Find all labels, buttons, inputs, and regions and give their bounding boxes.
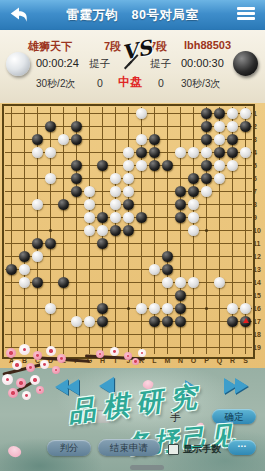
black-stone-N9[interactable] (175, 212, 187, 224)
blossom-flower (124, 352, 132, 360)
black-stone-L5[interactable] (149, 160, 161, 172)
fast-forward-icon2[interactable] (235, 378, 248, 394)
black-stone-H5[interactable] (97, 160, 109, 172)
col-label-M: M (161, 355, 174, 368)
row-label-11: 11 (253, 237, 265, 250)
right-byoyomi: 30秒/3次 (181, 77, 220, 91)
white-stone-H10[interactable] (97, 225, 109, 237)
white-stone-G17[interactable] (84, 316, 96, 328)
black-stone-B12[interactable] (19, 251, 31, 263)
right-player-name: lbh88503 (184, 39, 231, 51)
left-player-clock: 00:00:24 (36, 57, 79, 69)
black-stone-icon (233, 51, 258, 76)
black-stone-R3[interactable] (227, 134, 239, 146)
white-stone-S1[interactable] (240, 108, 252, 120)
star-point (205, 307, 208, 310)
black-stone-L3[interactable] (149, 134, 161, 146)
col-label-P: P (200, 355, 213, 368)
white-stone-icon (6, 52, 30, 76)
black-stone-R17[interactable] (227, 316, 239, 328)
black-stone-Q1[interactable] (214, 108, 226, 120)
petal-decoration (6, 443, 23, 460)
black-stone-K4[interactable] (136, 147, 148, 159)
black-stone-I10[interactable] (110, 225, 122, 237)
blossom-flower (30, 375, 40, 385)
row-label-7: 7 (253, 185, 265, 198)
white-stone-C4[interactable] (32, 147, 44, 159)
white-stone-M16[interactable] (162, 303, 174, 315)
white-stone-N4[interactable] (175, 147, 187, 159)
white-stone-C12[interactable] (32, 251, 44, 263)
white-stone-J4[interactable] (123, 147, 135, 159)
white-stone-O4[interactable] (188, 147, 200, 159)
blossom-flower (96, 350, 104, 358)
black-stone-H17[interactable] (97, 316, 109, 328)
black-stone-K9[interactable] (136, 212, 148, 224)
right-captures-label: 提子 (150, 57, 171, 71)
black-stone-H11[interactable] (97, 238, 109, 250)
black-stone-Q4[interactable] (214, 147, 226, 159)
row-label-18: 18 (253, 328, 265, 341)
black-stone-H9[interactable] (97, 212, 109, 224)
row-label-15: 15 (253, 289, 265, 302)
row-label-17: 17 (253, 315, 265, 328)
vs-badge: VS (120, 35, 154, 65)
blossom-flower (12, 360, 22, 370)
go-board: 12345678910111213141516171819 ABCDEFGHIJ… (0, 103, 265, 370)
white-stone-O9[interactable] (188, 212, 200, 224)
row-label-1: 1 (253, 107, 265, 120)
row-label-6: 6 (253, 172, 265, 185)
black-stone-M13[interactable] (162, 264, 174, 276)
show-move-numbers-checkbox[interactable] (168, 444, 179, 455)
white-stone-J7[interactable] (123, 186, 135, 198)
blossom-flower (22, 391, 31, 400)
black-stone-F3[interactable] (71, 134, 83, 146)
black-stone-O6[interactable] (188, 173, 200, 185)
score-button[interactable]: 判分 (47, 440, 91, 456)
blossom-flower (40, 360, 49, 369)
black-stone-L4[interactable] (149, 147, 161, 159)
white-stone-B13[interactable] (19, 264, 31, 276)
black-stone-P6[interactable] (201, 173, 213, 185)
white-stone-R5[interactable] (227, 160, 239, 172)
end-request-button[interactable]: 结束申请 (98, 439, 160, 456)
right-captures-count: 0 (158, 77, 164, 89)
player-info-panel: 雄狮天下 7段 7段 lbh88503 00:00:24 提子 提子 00:00… (0, 30, 265, 103)
black-stone-N16[interactable] (175, 303, 187, 315)
blossom-flower (138, 349, 146, 357)
blossom-flower (26, 363, 35, 372)
col-label-R: R (226, 355, 239, 368)
blossom-flower (57, 354, 66, 363)
room-title: 雷霆万钧 80号对局室 (0, 7, 265, 24)
blossom-flower (8, 388, 18, 398)
white-stone-S4[interactable] (240, 147, 252, 159)
row-label-16: 16 (253, 302, 265, 315)
white-stone-K5[interactable] (136, 160, 148, 172)
black-stone-C14[interactable] (32, 277, 44, 289)
left-player-name: 雄狮天下 (28, 39, 72, 54)
black-stone-P3[interactable] (201, 134, 213, 146)
row-label-3: 3 (253, 133, 265, 146)
blossom-flower (52, 366, 60, 374)
blossom-flower (46, 346, 56, 356)
white-stone-L13[interactable] (149, 264, 161, 276)
white-stone-P7[interactable] (201, 186, 213, 198)
black-stone-D2[interactable] (45, 121, 57, 133)
black-stone-F5[interactable] (71, 160, 83, 172)
white-stone-D4[interactable] (45, 147, 57, 159)
black-stone-H16[interactable] (97, 303, 109, 315)
row-label-10: 10 (253, 224, 265, 237)
white-stone-O10[interactable] (188, 225, 200, 237)
white-stone-J9[interactable] (123, 212, 135, 224)
blossom-flower (2, 374, 13, 385)
row-label-2: 2 (253, 120, 265, 133)
black-stone-N8[interactable] (175, 199, 187, 211)
row-label-9: 9 (253, 211, 265, 224)
black-stone-S2[interactable] (240, 121, 252, 133)
black-stone-S17[interactable] (240, 316, 252, 328)
white-stone-I7[interactable] (110, 186, 122, 198)
col-label-N: N (174, 355, 187, 368)
black-stone-A13[interactable] (6, 264, 18, 276)
home-indicator (130, 465, 164, 470)
star-point (205, 229, 208, 232)
left-player-rank: 7段 (104, 39, 121, 54)
white-stone-I6[interactable] (110, 173, 122, 185)
white-stone-D6[interactable] (45, 173, 57, 185)
left-captures-label: 提子 (89, 57, 110, 71)
white-stone-Q3[interactable] (214, 134, 226, 146)
black-stone-L17[interactable] (149, 316, 161, 328)
black-stone-E8[interactable] (58, 199, 70, 211)
white-stone-P4[interactable] (201, 147, 213, 159)
black-stone-M12[interactable] (162, 251, 174, 263)
white-stone-K1[interactable] (136, 108, 148, 120)
white-stone-E3[interactable] (58, 134, 70, 146)
white-stone-G7[interactable] (84, 186, 96, 198)
col-label-S: S (239, 355, 252, 368)
col-label-L: L (148, 355, 161, 368)
black-stone-R4[interactable] (227, 147, 239, 159)
blossom-flower (19, 344, 30, 355)
row-label-12: 12 (253, 250, 265, 263)
black-stone-F2[interactable] (71, 121, 83, 133)
white-stone-R1[interactable] (227, 108, 239, 120)
blossom-flower (6, 348, 16, 358)
row-number-labels: 12345678910111213141516171819 (253, 107, 265, 354)
white-stone-G9[interactable] (84, 212, 96, 224)
row-label-5: 5 (253, 159, 265, 172)
black-stone-J8[interactable] (123, 199, 135, 211)
white-stone-J5[interactable] (123, 160, 135, 172)
black-stone-P1[interactable] (201, 108, 213, 120)
white-stone-D16[interactable] (45, 303, 57, 315)
left-captures-count: 0 (97, 77, 103, 89)
black-stone-O7[interactable] (188, 186, 200, 198)
black-stone-P5[interactable] (201, 160, 213, 172)
white-stone-M14[interactable] (162, 277, 174, 289)
row-label-13: 13 (253, 263, 265, 276)
black-stone-C11[interactable] (32, 238, 44, 250)
white-stone-Q6[interactable] (214, 173, 226, 185)
white-stone-G8[interactable] (84, 199, 96, 211)
black-stone-M5[interactable] (162, 160, 174, 172)
row-label-8: 8 (253, 198, 265, 211)
white-stone-Q14[interactable] (214, 277, 226, 289)
show-move-numbers-label: 显示手数 (183, 443, 221, 456)
white-stone-R2[interactable] (227, 121, 239, 133)
white-stone-C8[interactable] (32, 199, 44, 211)
more-button[interactable]: ⋯ (228, 440, 256, 455)
white-stone-B14[interactable] (19, 277, 31, 289)
white-stone-J6[interactable] (123, 173, 135, 185)
left-byoyomi: 30秒/2次 (36, 77, 75, 91)
star-point (49, 229, 52, 232)
blossom-flower (36, 386, 44, 394)
white-stone-O14[interactable] (188, 277, 200, 289)
col-label-Q: Q (213, 355, 226, 368)
col-label-O: O (187, 355, 200, 368)
blossom-flower (110, 347, 119, 356)
black-stone-J10[interactable] (123, 225, 135, 237)
last-move-marker (243, 318, 249, 323)
white-stone-I8[interactable] (110, 199, 122, 211)
blossom-flower (132, 358, 139, 365)
black-stone-N15[interactable] (175, 290, 187, 302)
white-stone-K3[interactable] (136, 134, 148, 146)
hamburger-menu-icon[interactable] (237, 7, 255, 22)
black-stone-P2[interactable] (201, 121, 213, 133)
white-stone-N14[interactable] (175, 277, 187, 289)
white-stone-Q5[interactable] (214, 160, 226, 172)
row-label-19: 19 (253, 341, 265, 354)
black-stone-F6[interactable] (71, 173, 83, 185)
white-stone-G10[interactable] (84, 225, 96, 237)
white-stone-L16[interactable] (149, 303, 161, 315)
white-stone-F17[interactable] (71, 316, 83, 328)
black-stone-N17[interactable] (175, 316, 187, 328)
white-stone-Q2[interactable] (214, 121, 226, 133)
black-stone-F7[interactable] (71, 186, 83, 198)
go-app-screen: 雷霆万钧 80号对局室 雄狮天下 7段 7段 lbh88503 00:00:24… (0, 0, 265, 471)
top-bar: 雷霆万钧 80号对局室 (0, 0, 265, 31)
right-player-clock: 00:00:30 (181, 57, 224, 69)
blossom-flower (16, 378, 26, 388)
star-point (127, 307, 130, 310)
board-grid[interactable] (5, 107, 252, 354)
white-stone-K16[interactable] (136, 303, 148, 315)
game-phase-label: 中盘 (118, 74, 142, 91)
white-stone-S16[interactable] (240, 303, 252, 315)
row-label-14: 14 (253, 276, 265, 289)
black-stone-N7[interactable] (175, 186, 187, 198)
bottom-control-panel: 手 确定 品棋研究 各抒己见 判分 结束申请 显示手数 ⋯ (0, 368, 265, 471)
white-stone-O8[interactable] (188, 199, 200, 211)
black-stone-D11[interactable] (45, 238, 57, 250)
row-label-4: 4 (253, 146, 265, 159)
black-stone-C3[interactable] (32, 134, 44, 146)
blossom-flower (33, 351, 42, 360)
white-stone-I9[interactable] (110, 212, 122, 224)
black-stone-E14[interactable] (58, 277, 70, 289)
white-stone-R16[interactable] (227, 303, 239, 315)
black-stone-M17[interactable] (162, 316, 174, 328)
